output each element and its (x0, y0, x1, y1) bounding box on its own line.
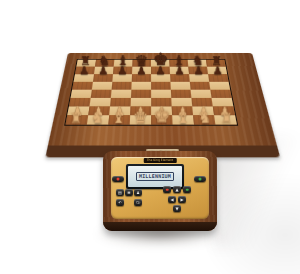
square-d7[interactable]: ♟ (132, 67, 151, 74)
white-knight[interactable]: ♞ (87, 111, 108, 126)
white-knight[interactable]: ♞ (194, 111, 215, 126)
pawn-key[interactable]: ♟ (134, 189, 142, 196)
square-h4[interactable] (210, 90, 231, 98)
square-a5[interactable] (72, 82, 93, 90)
white-king[interactable]: ♚ (151, 107, 172, 126)
square-d4[interactable] (131, 90, 151, 98)
right-key[interactable]: ▶ (178, 196, 186, 203)
left-key[interactable]: ◀ (168, 196, 176, 203)
module-label: The King Element (144, 158, 177, 163)
square-a4[interactable] (71, 90, 92, 98)
square-b5[interactable] (92, 82, 112, 90)
square-f7[interactable]: ♟ (170, 67, 189, 74)
white-bishop[interactable]: ♝ (173, 110, 194, 126)
square-f5[interactable] (170, 82, 190, 90)
control-faceplate: The King Element MILLENNIUM ▤≡♟↶ⓘ▲◀▶▼ (111, 157, 209, 219)
undo-key[interactable]: ↶ (116, 199, 124, 206)
square-f4[interactable] (171, 90, 192, 98)
white-rook[interactable]: ♜ (216, 112, 237, 126)
square-g4[interactable] (191, 90, 212, 98)
green-side-button[interactable] (194, 176, 206, 182)
cancel-key-dot (166, 188, 169, 191)
square-a7[interactable]: ♟ (75, 67, 95, 74)
square-d5[interactable] (131, 82, 151, 90)
cancel-key[interactable] (163, 186, 171, 193)
info-key[interactable]: ⓘ (134, 199, 142, 206)
square-a1[interactable]: ♜ (66, 115, 89, 124)
board-grid: ♜♞♝♛♚♝♞♜♟♟♟♟♟♟♟♟♟♟♟♟♟♟♟♟♜♞♝♛♚♝♞♜ (64, 59, 238, 126)
black-pawn[interactable]: ♟ (170, 64, 189, 75)
white-rook[interactable]: ♜ (65, 112, 86, 126)
lcd-screen: MILLENNIUM (128, 166, 182, 187)
square-e4[interactable] (151, 90, 171, 98)
square-e7[interactable]: ♟ (151, 67, 170, 74)
black-pawn[interactable]: ♟ (113, 64, 132, 75)
square-f1[interactable]: ♝ (172, 115, 194, 124)
white-bishop[interactable]: ♝ (108, 110, 129, 126)
black-pawn[interactable]: ♟ (94, 64, 113, 75)
up-key[interactable]: ▲ (173, 186, 181, 193)
square-h5[interactable] (209, 82, 230, 90)
down-key[interactable]: ▼ (173, 205, 181, 212)
black-pawn[interactable]: ♟ (75, 64, 94, 75)
square-b7[interactable]: ♟ (94, 67, 114, 74)
black-pawn[interactable]: ♟ (151, 64, 170, 75)
square-e5[interactable] (151, 82, 171, 90)
green-led-dot (199, 178, 202, 181)
square-c7[interactable]: ♟ (113, 67, 132, 74)
red-side-button[interactable] (112, 176, 124, 182)
black-pawn[interactable]: ♟ (132, 64, 151, 75)
square-g5[interactable] (190, 82, 211, 90)
ok-key[interactable] (183, 186, 191, 193)
square-b1[interactable]: ♞ (87, 115, 109, 124)
position-key[interactable]: ▤ (116, 189, 124, 196)
square-c5[interactable] (112, 82, 132, 90)
square-c4[interactable] (111, 90, 132, 98)
control-unit: The King Element MILLENNIUM ▤≡♟↶ⓘ▲◀▶▼ (103, 151, 217, 231)
board-scene: ♜♞♝♛♚♝♞♜♟♟♟♟♟♟♟♟♟♟♟♟♟♟♟♟♜♞♝♛♚♝♞♜ MILLENN… (0, 0, 300, 165)
square-e1[interactable]: ♚ (151, 115, 172, 124)
ok-key-dot (186, 188, 189, 191)
chess-board: ♜♞♝♛♚♝♞♜♟♟♟♟♟♟♟♟♟♟♟♟♟♟♟♟♜♞♝♛♚♝♞♜ MILLENN… (45, 53, 280, 157)
square-c1[interactable]: ♝ (108, 115, 130, 124)
square-h7[interactable]: ♟ (207, 67, 227, 74)
square-g1[interactable]: ♞ (193, 115, 215, 124)
square-g7[interactable]: ♟ (188, 67, 208, 74)
square-d1[interactable]: ♛ (130, 115, 151, 124)
black-pawn[interactable]: ♟ (189, 64, 208, 75)
square-b4[interactable] (91, 90, 112, 98)
square-h1[interactable]: ♜ (214, 115, 237, 124)
menu-key[interactable]: ≡ (125, 189, 133, 196)
white-queen[interactable]: ♛ (130, 108, 151, 125)
black-pawn[interactable]: ♟ (208, 64, 227, 75)
lcd-brand-logo: MILLENNIUM (136, 172, 174, 181)
red-led-dot (117, 178, 120, 181)
